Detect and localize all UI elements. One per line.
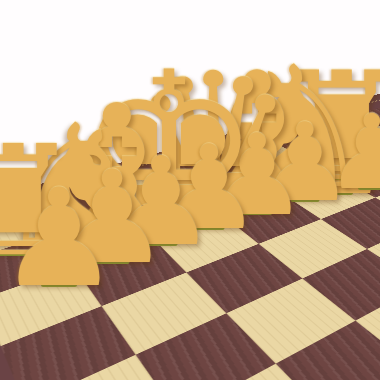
chess-set-product-photo: ♜♞♝♚♛♝♞♜♟♟♟♟♟♟♟♟ — [0, 0, 380, 380]
piece-white-pawn-h2[interactable]: ♟ — [0, 171, 120, 306]
pieces-layer: ♜♞♝♚♛♝♞♜♟♟♟♟♟♟♟♟ — [0, 0, 380, 380]
